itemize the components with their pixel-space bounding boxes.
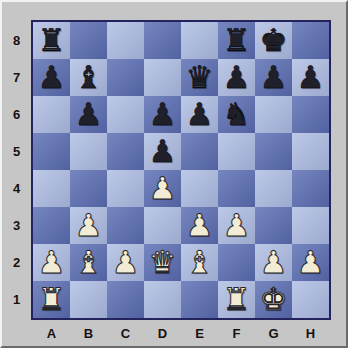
white-king-icon: ♚ — [260, 281, 288, 318]
rank-labels: 87654321 — [2, 22, 31, 318]
square-c3[interactable] — [107, 207, 144, 244]
square-h7[interactable]: ♟ — [292, 59, 329, 96]
square-f6[interactable]: ♞ — [218, 96, 255, 133]
white-pawn-icon: ♟ — [112, 244, 140, 281]
square-g2[interactable]: ♟ — [255, 244, 292, 281]
square-b5[interactable] — [70, 133, 107, 170]
square-f8[interactable]: ♜ — [218, 22, 255, 59]
white-pawn-icon: ♟ — [260, 244, 288, 281]
rank-label-3: 3 — [2, 207, 31, 244]
square-e6[interactable]: ♟ — [181, 96, 218, 133]
white-queen-icon: ♛ — [149, 244, 177, 281]
rank-label-8: 8 — [2, 22, 31, 59]
square-h8[interactable] — [292, 22, 329, 59]
square-g3[interactable] — [255, 207, 292, 244]
square-e7[interactable]: ♛ — [181, 59, 218, 96]
black-rook-icon: ♜ — [38, 22, 66, 59]
square-b2[interactable]: ♝ — [70, 244, 107, 281]
file-labels: ABCDEFGH — [33, 322, 329, 344]
square-c8[interactable] — [107, 22, 144, 59]
black-pawn-icon: ♟ — [223, 59, 251, 96]
square-c7[interactable] — [107, 59, 144, 96]
square-c6[interactable] — [107, 96, 144, 133]
square-b4[interactable] — [70, 170, 107, 207]
black-pawn-icon: ♟ — [149, 96, 177, 133]
white-pawn-icon: ♟ — [149, 170, 177, 207]
file-label-e: E — [181, 322, 218, 344]
square-f4[interactable] — [218, 170, 255, 207]
square-a5[interactable] — [33, 133, 70, 170]
black-knight-icon: ♞ — [223, 96, 251, 133]
square-f3[interactable]: ♟ — [218, 207, 255, 244]
square-c2[interactable]: ♟ — [107, 244, 144, 281]
square-a8[interactable]: ♜ — [33, 22, 70, 59]
square-b3[interactable]: ♟ — [70, 207, 107, 244]
square-e2[interactable]: ♝ — [181, 244, 218, 281]
square-a3[interactable] — [33, 207, 70, 244]
white-pawn-icon: ♟ — [75, 207, 103, 244]
square-g1[interactable]: ♚ — [255, 281, 292, 318]
square-g6[interactable] — [255, 96, 292, 133]
black-pawn-icon: ♟ — [75, 96, 103, 133]
file-label-a: A — [33, 322, 70, 344]
square-b1[interactable] — [70, 281, 107, 318]
square-a4[interactable] — [33, 170, 70, 207]
square-d7[interactable] — [144, 59, 181, 96]
square-e8[interactable] — [181, 22, 218, 59]
square-a1[interactable]: ♜ — [33, 281, 70, 318]
square-b6[interactable]: ♟ — [70, 96, 107, 133]
square-d1[interactable] — [144, 281, 181, 318]
black-rook-icon: ♜ — [223, 22, 251, 59]
black-queen-icon: ♛ — [186, 59, 214, 96]
file-label-b: B — [70, 322, 107, 344]
square-e3[interactable]: ♟ — [181, 207, 218, 244]
black-pawn-icon: ♟ — [186, 96, 214, 133]
black-bishop-icon: ♝ — [75, 59, 103, 96]
square-d2[interactable]: ♛ — [144, 244, 181, 281]
white-pawn-icon: ♟ — [186, 207, 214, 244]
square-g7[interactable]: ♟ — [255, 59, 292, 96]
white-rook-icon: ♜ — [38, 281, 66, 318]
square-e4[interactable] — [181, 170, 218, 207]
square-b7[interactable]: ♝ — [70, 59, 107, 96]
square-d8[interactable] — [144, 22, 181, 59]
rank-label-7: 7 — [2, 59, 31, 96]
square-g8[interactable]: ♚ — [255, 22, 292, 59]
square-g4[interactable] — [255, 170, 292, 207]
square-a2[interactable]: ♟ — [33, 244, 70, 281]
square-f1[interactable]: ♜ — [218, 281, 255, 318]
square-a6[interactable] — [33, 96, 70, 133]
black-pawn-icon: ♟ — [149, 133, 177, 170]
square-e1[interactable] — [181, 281, 218, 318]
square-f2[interactable] — [218, 244, 255, 281]
file-label-c: C — [107, 322, 144, 344]
white-rook-icon: ♜ — [223, 281, 251, 318]
square-d6[interactable]: ♟ — [144, 96, 181, 133]
black-pawn-icon: ♟ — [260, 59, 288, 96]
white-pawn-icon: ♟ — [297, 244, 325, 281]
square-e5[interactable] — [181, 133, 218, 170]
square-g5[interactable] — [255, 133, 292, 170]
square-h3[interactable] — [292, 207, 329, 244]
square-h2[interactable]: ♟ — [292, 244, 329, 281]
square-d5[interactable]: ♟ — [144, 133, 181, 170]
square-c1[interactable] — [107, 281, 144, 318]
file-label-f: F — [218, 322, 255, 344]
black-pawn-icon: ♟ — [38, 59, 66, 96]
white-bishop-icon: ♝ — [186, 244, 214, 281]
square-a7[interactable]: ♟ — [33, 59, 70, 96]
square-f7[interactable]: ♟ — [218, 59, 255, 96]
file-label-d: D — [144, 322, 181, 344]
white-pawn-icon: ♟ — [38, 244, 66, 281]
square-h5[interactable] — [292, 133, 329, 170]
black-pawn-icon: ♟ — [297, 59, 325, 96]
file-label-g: G — [255, 322, 292, 344]
square-f5[interactable] — [218, 133, 255, 170]
rank-label-6: 6 — [2, 96, 31, 133]
rank-label-2: 2 — [2, 244, 31, 281]
square-c4[interactable] — [107, 170, 144, 207]
square-c5[interactable] — [107, 133, 144, 170]
white-bishop-icon: ♝ — [75, 244, 103, 281]
square-b8[interactable] — [70, 22, 107, 59]
square-d3[interactable] — [144, 207, 181, 244]
square-h4[interactable] — [292, 170, 329, 207]
chess-board: ♜♜♚♟♝♛♟♟♟♟♟♟♞♟♟♟♟♟♟♝♟♛♝♟♟♜♜♚ — [31, 20, 331, 320]
square-h1[interactable] — [292, 281, 329, 318]
file-label-h: H — [292, 322, 329, 344]
board-frame: 87654321 ♜♜♚♟♝♛♟♟♟♟♟♟♞♟♟♟♟♟♟♝♟♛♝♟♟♜♜♚ AB… — [0, 0, 348, 348]
rank-label-4: 4 — [2, 170, 31, 207]
rank-label-1: 1 — [2, 281, 31, 318]
square-h6[interactable] — [292, 96, 329, 133]
black-king-icon: ♚ — [260, 22, 288, 59]
white-pawn-icon: ♟ — [223, 207, 251, 244]
rank-label-5: 5 — [2, 133, 31, 170]
square-d4[interactable]: ♟ — [144, 170, 181, 207]
